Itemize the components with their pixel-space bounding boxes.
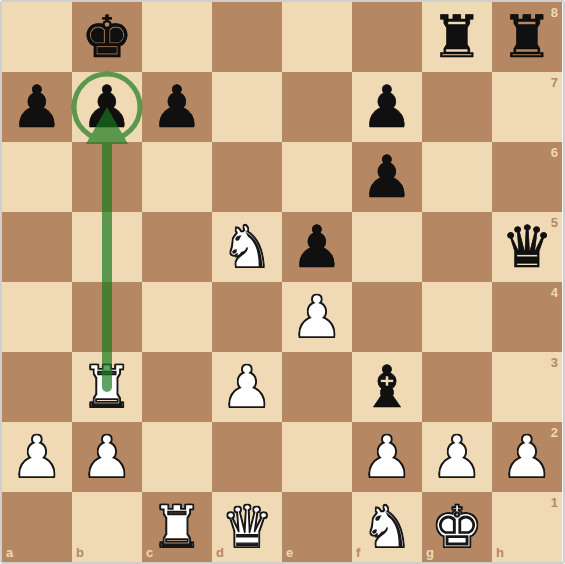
piece-white-pawn[interactable]: ♟ — [422, 422, 492, 492]
square-a7[interactable]: ♟ — [2, 72, 72, 142]
square-f7[interactable]: ♟ — [352, 72, 422, 142]
square-d3[interactable]: ♟ — [212, 352, 282, 422]
square-e8[interactable] — [282, 2, 352, 72]
piece-white-pawn[interactable]: ♟ — [352, 422, 422, 492]
square-a8[interactable] — [2, 2, 72, 72]
square-f2[interactable]: ♟ — [352, 422, 422, 492]
square-c5[interactable] — [142, 212, 212, 282]
square-f3[interactable]: ♝ — [352, 352, 422, 422]
piece-black-pawn[interactable]: ♟ — [2, 72, 72, 142]
piece-black-pawn[interactable]: ♟ — [352, 72, 422, 142]
file-label-h: h — [496, 545, 504, 560]
square-g4[interactable] — [422, 282, 492, 352]
square-b3[interactable]: ♜ — [72, 352, 142, 422]
square-e7[interactable] — [282, 72, 352, 142]
square-c3[interactable] — [142, 352, 212, 422]
square-e2[interactable] — [282, 422, 352, 492]
rank-label-7: 7 — [551, 75, 558, 90]
rank-label-4: 4 — [551, 285, 558, 300]
piece-black-pawn[interactable]: ♟ — [72, 72, 142, 142]
square-f4[interactable] — [352, 282, 422, 352]
square-f8[interactable] — [352, 2, 422, 72]
square-d6[interactable] — [212, 142, 282, 212]
square-e4[interactable]: ♟ — [282, 282, 352, 352]
square-f5[interactable] — [352, 212, 422, 282]
square-h2[interactable]: 2♟ — [492, 422, 562, 492]
square-c8[interactable] — [142, 2, 212, 72]
square-c6[interactable] — [142, 142, 212, 212]
square-e5[interactable]: ♟ — [282, 212, 352, 282]
square-b5[interactable] — [72, 212, 142, 282]
square-h4[interactable]: 4 — [492, 282, 562, 352]
square-c2[interactable] — [142, 422, 212, 492]
square-g8[interactable]: ♜ — [422, 2, 492, 72]
piece-white-pawn[interactable]: ♟ — [72, 422, 142, 492]
square-c7[interactable]: ♟ — [142, 72, 212, 142]
square-h5[interactable]: 5♛ — [492, 212, 562, 282]
piece-white-queen[interactable]: ♛ — [212, 492, 282, 562]
square-b7[interactable]: ♟ — [72, 72, 142, 142]
rank-label-3: 3 — [551, 355, 558, 370]
square-f1[interactable]: f♞ — [352, 492, 422, 562]
square-d2[interactable] — [212, 422, 282, 492]
square-h7[interactable]: 7 — [492, 72, 562, 142]
square-a6[interactable] — [2, 142, 72, 212]
piece-black-pawn[interactable]: ♟ — [142, 72, 212, 142]
square-g1[interactable]: g♚ — [422, 492, 492, 562]
piece-black-bishop[interactable]: ♝ — [352, 352, 422, 422]
square-c4[interactable] — [142, 282, 212, 352]
piece-black-pawn[interactable]: ♟ — [352, 142, 422, 212]
file-label-b: b — [76, 545, 84, 560]
piece-white-pawn[interactable]: ♟ — [492, 422, 562, 492]
piece-white-pawn[interactable]: ♟ — [212, 352, 282, 422]
square-g7[interactable] — [422, 72, 492, 142]
square-d8[interactable] — [212, 2, 282, 72]
piece-white-knight[interactable]: ♞ — [212, 212, 282, 282]
piece-white-pawn[interactable]: ♟ — [282, 282, 352, 352]
square-b1[interactable]: b — [72, 492, 142, 562]
file-label-e: e — [286, 545, 293, 560]
piece-white-rook[interactable]: ♜ — [142, 492, 212, 562]
square-f6[interactable]: ♟ — [352, 142, 422, 212]
square-a2[interactable]: ♟ — [2, 422, 72, 492]
rank-label-1: 1 — [551, 495, 558, 510]
square-h8[interactable]: 8♜ — [492, 2, 562, 72]
piece-white-pawn[interactable]: ♟ — [2, 422, 72, 492]
square-a4[interactable] — [2, 282, 72, 352]
square-b2[interactable]: ♟ — [72, 422, 142, 492]
square-a5[interactable] — [2, 212, 72, 282]
square-a1[interactable]: a — [2, 492, 72, 562]
chess-board-frame: ♚♜8♜♟♟♟♟7♟6♞♟5♛♟4♜♟♝3♟♟♟♟2♟abc♜d♛ef♞g♚1h — [0, 0, 565, 564]
piece-white-rook[interactable]: ♜ — [72, 352, 142, 422]
square-e6[interactable] — [282, 142, 352, 212]
square-b8[interactable]: ♚ — [72, 2, 142, 72]
piece-black-queen[interactable]: ♛ — [492, 212, 562, 282]
rank-label-6: 6 — [551, 145, 558, 160]
square-g2[interactable]: ♟ — [422, 422, 492, 492]
square-b6[interactable] — [72, 142, 142, 212]
chess-board: ♚♜8♜♟♟♟♟7♟6♞♟5♛♟4♜♟♝3♟♟♟♟2♟abc♜d♛ef♞g♚1h — [2, 2, 562, 562]
square-h1[interactable]: 1h — [492, 492, 562, 562]
piece-black-rook[interactable]: ♜ — [422, 2, 492, 72]
square-d4[interactable] — [212, 282, 282, 352]
square-e1[interactable]: e — [282, 492, 352, 562]
square-d7[interactable] — [212, 72, 282, 142]
square-h3[interactable]: 3 — [492, 352, 562, 422]
square-d5[interactable]: ♞ — [212, 212, 282, 282]
piece-black-king[interactable]: ♚ — [72, 2, 142, 72]
square-g6[interactable] — [422, 142, 492, 212]
square-b4[interactable] — [72, 282, 142, 352]
square-e3[interactable] — [282, 352, 352, 422]
piece-black-rook[interactable]: ♜ — [492, 2, 562, 72]
piece-white-knight[interactable]: ♞ — [352, 492, 422, 562]
square-a3[interactable] — [2, 352, 72, 422]
square-c1[interactable]: c♜ — [142, 492, 212, 562]
square-g5[interactable] — [422, 212, 492, 282]
square-d1[interactable]: d♛ — [212, 492, 282, 562]
piece-white-king[interactable]: ♚ — [422, 492, 492, 562]
file-label-a: a — [6, 545, 13, 560]
square-g3[interactable] — [422, 352, 492, 422]
piece-black-pawn[interactable]: ♟ — [282, 212, 352, 282]
square-h6[interactable]: 6 — [492, 142, 562, 212]
